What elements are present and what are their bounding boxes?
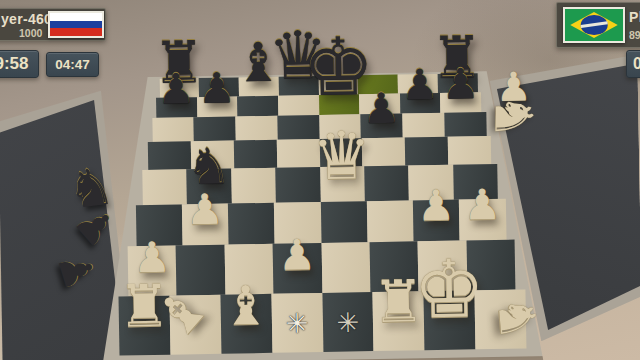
square-f4[interactable]	[364, 165, 409, 201]
piece-white-bishop[interactable]: ♝	[221, 279, 270, 334]
square-c6[interactable]	[235, 116, 277, 141]
square-star-inlay: ✳	[285, 309, 308, 336]
square-g6[interactable]	[402, 113, 444, 138]
right-player-name: Pla	[629, 9, 640, 25]
square-e7[interactable]: ♚	[318, 94, 359, 115]
left-player-name: yer-460	[1, 11, 52, 27]
piece-white-knight[interactable]: ♞	[490, 294, 544, 343]
left-player-rating: 1000	[19, 27, 42, 39]
left-move-clock: 04:47	[46, 52, 99, 77]
square-a4[interactable]	[142, 169, 187, 205]
square-e1[interactable]: ✳	[322, 292, 374, 352]
square-c4[interactable]	[231, 168, 276, 204]
right-player-rating: 891	[629, 29, 640, 41]
piece-white-pawn[interactable]: ♟	[278, 234, 316, 277]
right-player-panel: Pla 891	[556, 2, 640, 48]
square-star-inlay: ✳	[336, 308, 359, 335]
square-c1[interactable]: ♝	[220, 294, 272, 354]
square-b3[interactable]: ♟	[182, 204, 229, 246]
square-f3[interactable]	[367, 200, 414, 242]
piece-white-pawn[interactable]: ♟	[417, 185, 455, 228]
left-player-panel: yer-460 1000	[0, 8, 106, 41]
square-h1[interactable]: ♞	[475, 289, 527, 349]
piece-white-queen[interactable]: ♛	[312, 123, 372, 190]
square-h7[interactable]: ♟	[440, 92, 481, 113]
square-g5[interactable]	[405, 137, 448, 166]
square-h3[interactable]: ♟	[459, 199, 506, 241]
right-clock-clipped: 0	[626, 50, 640, 78]
square-g7[interactable]: ♟	[400, 93, 441, 114]
square-b1[interactable]: ♝	[169, 295, 221, 355]
russia-flag-icon	[48, 11, 104, 38]
square-a5[interactable]	[148, 141, 191, 170]
square-d2[interactable]: ♟	[273, 243, 322, 294]
piece-white-pawn[interactable]: ♟	[186, 189, 224, 232]
piece-black-pawn[interactable]: ♟	[157, 68, 195, 111]
left-main-clock: 9:58	[0, 50, 39, 78]
brazil-flag-icon	[563, 7, 625, 43]
square-c3[interactable]	[228, 203, 275, 245]
square-d1[interactable]: ✳	[271, 293, 323, 353]
chess-app-screen: ♜♝♛♜♟♟♚♟♟♟♞♛♟♟♟♟♟♜♝♝✳✳♜♚♞ ♞♟♟♟♞ yer-460 …	[0, 0, 640, 360]
piece-black-pawn[interactable]: ♟	[401, 64, 439, 107]
square-a7[interactable]: ♟	[156, 97, 197, 118]
square-e4[interactable]: ♛	[320, 166, 365, 202]
square-h6[interactable]	[444, 112, 486, 137]
captured-white-knight: ♞	[487, 93, 540, 141]
piece-black-pawn[interactable]: ♟	[198, 68, 236, 111]
square-b7[interactable]: ♟	[197, 96, 238, 117]
square-g3[interactable]: ♟	[413, 200, 460, 242]
square-c5[interactable]	[234, 140, 277, 169]
piece-white-pawn[interactable]: ♟	[463, 184, 501, 227]
square-e3[interactable]	[320, 201, 367, 243]
square-g1[interactable]: ♚	[424, 290, 476, 350]
square-c7[interactable]	[237, 96, 278, 117]
piece-black-pawn[interactable]: ♟	[441, 63, 479, 106]
square-e2[interactable]	[321, 242, 370, 293]
square-h5[interactable]	[448, 136, 491, 165]
